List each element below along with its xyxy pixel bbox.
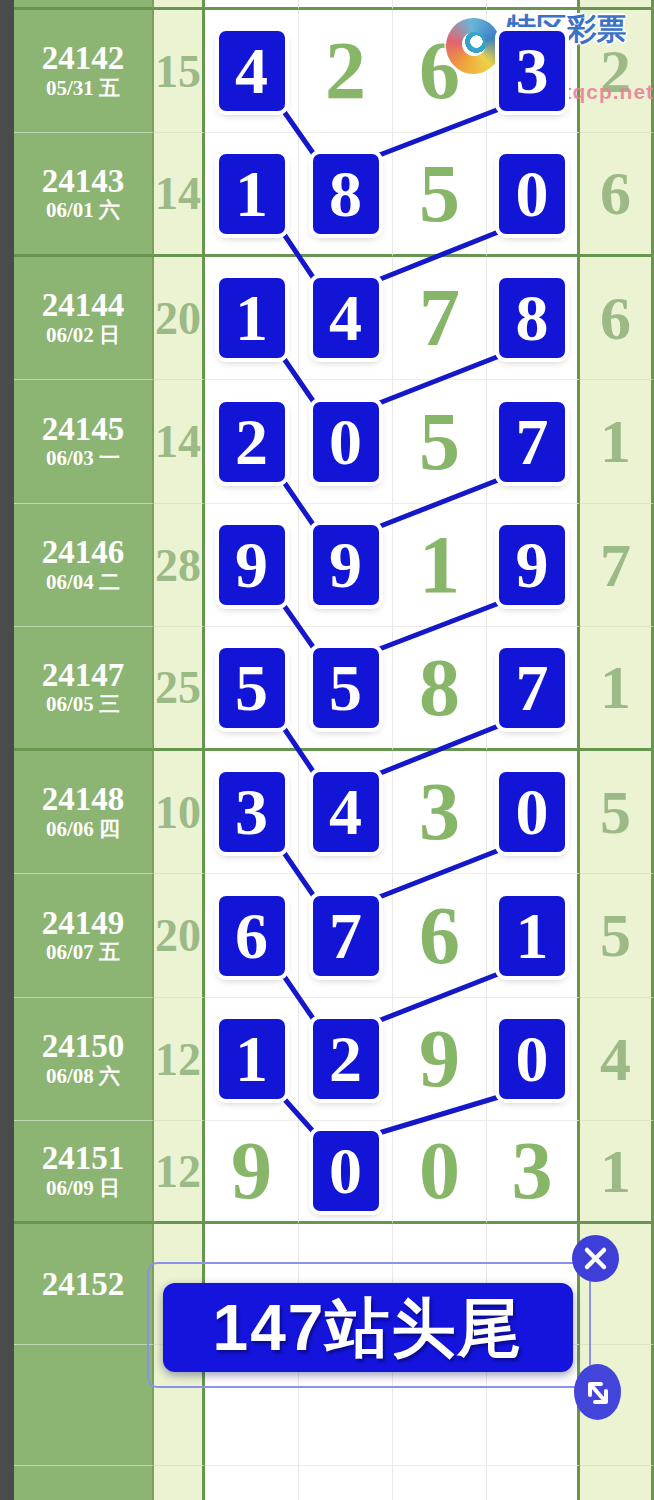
- digit: 0: [499, 154, 565, 234]
- period-number: 24145: [42, 412, 125, 447]
- digit-cell: 8: [393, 627, 487, 751]
- draw-date: 06/07 五: [46, 940, 120, 965]
- digit: 9: [219, 525, 285, 605]
- digit: 1: [499, 896, 565, 976]
- draw-date: 05/31 五: [46, 76, 120, 101]
- digit: 1: [219, 154, 285, 234]
- digit: 2: [219, 402, 285, 482]
- draw-row: 24144 06/02 日 20 1 4 7 8 6: [14, 257, 654, 380]
- digit: 1: [419, 524, 460, 606]
- draw-row: 24147 06/05 三 25 5 5 8 7 1: [14, 627, 654, 751]
- digit: 8: [419, 647, 460, 729]
- digit: 2: [313, 1019, 379, 1099]
- digit-cell: 0: [299, 1121, 393, 1224]
- digit: 7: [499, 648, 565, 728]
- digit-cell: 1: [393, 504, 487, 627]
- digit-cell: 4: [205, 10, 299, 133]
- digit-cell: 2: [299, 998, 393, 1121]
- digit-cell: 1: [205, 998, 299, 1121]
- sum-cell: 28: [154, 504, 205, 627]
- digit: 3: [512, 1130, 553, 1212]
- draw-date: 06/09 日: [46, 1176, 120, 1201]
- tail-cell: 5: [580, 874, 654, 998]
- digit: 7: [499, 402, 565, 482]
- digit: 7: [313, 896, 379, 976]
- digit: 5: [419, 153, 460, 235]
- period-number: 24148: [42, 782, 125, 817]
- digit-cell: 7: [299, 874, 393, 998]
- period-number: 24150: [42, 1029, 125, 1064]
- digit-cell: 3: [487, 1121, 580, 1224]
- digit: 4: [219, 31, 285, 111]
- digit: 0: [499, 772, 565, 852]
- tail-cell: 1: [580, 380, 654, 504]
- sum-cell: 12: [154, 998, 205, 1121]
- tail-cell: 4: [580, 998, 654, 1121]
- period-number: 24147: [42, 658, 125, 693]
- period-number: 24151: [42, 1141, 125, 1176]
- period-cell: 24143 06/01 六: [14, 133, 154, 257]
- digit: 3: [219, 772, 285, 852]
- digit: 0: [313, 1131, 379, 1211]
- digit-cell: 3: [393, 751, 487, 874]
- digit-cell: 9: [393, 998, 487, 1121]
- digit: 7: [419, 277, 460, 359]
- digit-cell: 9: [299, 504, 393, 627]
- digit-cell: 5: [393, 133, 487, 257]
- cropped-row: [14, 1466, 654, 1500]
- digit-cell: 2: [299, 10, 393, 133]
- digit: 9: [419, 1018, 460, 1100]
- digit-cell: 0: [487, 133, 580, 257]
- digit-cell: 5: [299, 627, 393, 751]
- period-cell: 24144 06/02 日: [14, 257, 154, 380]
- tail-cell: 1: [580, 627, 654, 751]
- tail-cell: 5: [580, 751, 654, 874]
- tail-cell: 6: [580, 257, 654, 380]
- tail-cell: 7: [580, 504, 654, 627]
- period-cell: 24149 06/07 五: [14, 874, 154, 998]
- draw-row: 24146 06/04 二 28 9 9 1 9 7: [14, 504, 654, 627]
- period-number: 24143: [42, 164, 125, 199]
- digit-cell: 1: [205, 257, 299, 380]
- digit: 9: [231, 1130, 272, 1212]
- draw-date: 06/06 四: [46, 817, 120, 842]
- digit: 6: [219, 896, 285, 976]
- digit-cell: 3: [205, 751, 299, 874]
- digit-cell: 8: [487, 257, 580, 380]
- draw-row: 24145 06/03 一 14 2 0 5 7 1: [14, 380, 654, 504]
- digit: 5: [419, 401, 460, 483]
- draw-date: 06/02 日: [46, 323, 120, 348]
- digit: 8: [499, 278, 565, 358]
- digit-cell: 7: [487, 380, 580, 504]
- draw-row: 24148 06/06 四 10 3 4 3 0 5: [14, 751, 654, 874]
- digit: 8: [313, 154, 379, 234]
- period-number: 24146: [42, 535, 125, 570]
- period-cell: 24147 06/05 三: [14, 627, 154, 751]
- digit: 1: [219, 1019, 285, 1099]
- digit-cell: 2: [205, 380, 299, 504]
- digit-cell: 0: [299, 380, 393, 504]
- digit: 5: [313, 648, 379, 728]
- digit-cell: 6: [393, 874, 487, 998]
- draw-row: 24151 06/09 日 12 9 0 0 3 1: [14, 1121, 654, 1224]
- digit: 2: [325, 30, 366, 112]
- digit-cell: 5: [393, 380, 487, 504]
- digit: 1: [219, 278, 285, 358]
- swirl-logo-icon: [446, 18, 501, 74]
- digit-cell: 4: [299, 257, 393, 380]
- digit-cell: 7: [393, 257, 487, 380]
- annotation-text: 147站头尾: [213, 1296, 524, 1360]
- period-cell: 24151 06/09 日: [14, 1121, 154, 1224]
- period-number: 24144: [42, 288, 125, 323]
- sum-cell: 10: [154, 751, 205, 874]
- period-number: 24152: [42, 1267, 125, 1302]
- sum-cell: 14: [154, 133, 205, 257]
- period-cell: 24142 05/31 五: [14, 10, 154, 133]
- digit-cell: 8: [299, 133, 393, 257]
- sum-cell: 20: [154, 257, 205, 380]
- digit-cell: 0: [393, 1121, 487, 1224]
- trend-chart-page: 24142 05/31 五 15 4 2 6 3 2 24143 06/01 六…: [0, 0, 654, 1500]
- period-cell: 24150 06/08 六: [14, 998, 154, 1121]
- cropped-row: [14, 0, 654, 10]
- period-cell: 24146 06/04 二: [14, 504, 154, 627]
- digit: 6: [419, 895, 460, 977]
- resize-arrows-icon: [574, 1364, 621, 1420]
- digit-cell: 1: [487, 874, 580, 998]
- digit: 9: [499, 525, 565, 605]
- period-number: 24149: [42, 906, 125, 941]
- annotation-resize-handle[interactable]: [574, 1364, 621, 1420]
- draw-row: 24149 06/07 五 20 6 7 6 1 5: [14, 874, 654, 998]
- draw-date: 06/05 三: [46, 692, 120, 717]
- digit-cell: 0: [487, 751, 580, 874]
- draw-row: 24143 06/01 六 14 1 8 5 0 6: [14, 133, 654, 257]
- draw-date: 06/03 一: [46, 446, 120, 471]
- digit: 4: [313, 278, 379, 358]
- annotation-bubble[interactable]: 147站头尾: [163, 1283, 573, 1372]
- digit: 3: [499, 31, 565, 111]
- digit: 4: [313, 772, 379, 852]
- annotation-close-button[interactable]: [572, 1235, 619, 1282]
- digit: 0: [313, 402, 379, 482]
- close-icon: [572, 1235, 619, 1282]
- period-number: 24142: [42, 41, 125, 76]
- digit-cell: 9: [487, 504, 580, 627]
- sum-cell: 14: [154, 380, 205, 504]
- draw-date: 06/01 六: [46, 198, 120, 223]
- digit: 0: [419, 1130, 460, 1212]
- period-cell: 24148 06/06 四: [14, 751, 154, 874]
- tail-cell: 6: [580, 133, 654, 257]
- digit: 3: [419, 771, 460, 853]
- digit-cell: 9: [205, 504, 299, 627]
- left-gutter: [0, 0, 14, 1500]
- draw-row: 24150 06/08 六 12 1 2 9 0 4: [14, 998, 654, 1121]
- period-cell: 24152: [14, 1224, 154, 1345]
- digit-cell: 4: [299, 751, 393, 874]
- digit-cell: 7: [487, 627, 580, 751]
- digit-cell: 6: [205, 874, 299, 998]
- draw-date: 06/08 六: [46, 1064, 120, 1089]
- digit-cell: 5: [205, 627, 299, 751]
- sum-cell: 25: [154, 627, 205, 751]
- digit-cell: 0: [487, 998, 580, 1121]
- period-cell: 24145 06/03 一: [14, 380, 154, 504]
- tail-cell: 1: [580, 1121, 654, 1224]
- sum-cell: 20: [154, 874, 205, 998]
- sum-cell: 12: [154, 1121, 205, 1224]
- digit-cell: 1: [205, 133, 299, 257]
- digit-cell: 9: [205, 1121, 299, 1224]
- digit: 0: [499, 1019, 565, 1099]
- digit: 9: [313, 525, 379, 605]
- sum-cell: 15: [154, 10, 205, 133]
- draw-date: 06/04 二: [46, 570, 120, 595]
- digit: 5: [219, 648, 285, 728]
